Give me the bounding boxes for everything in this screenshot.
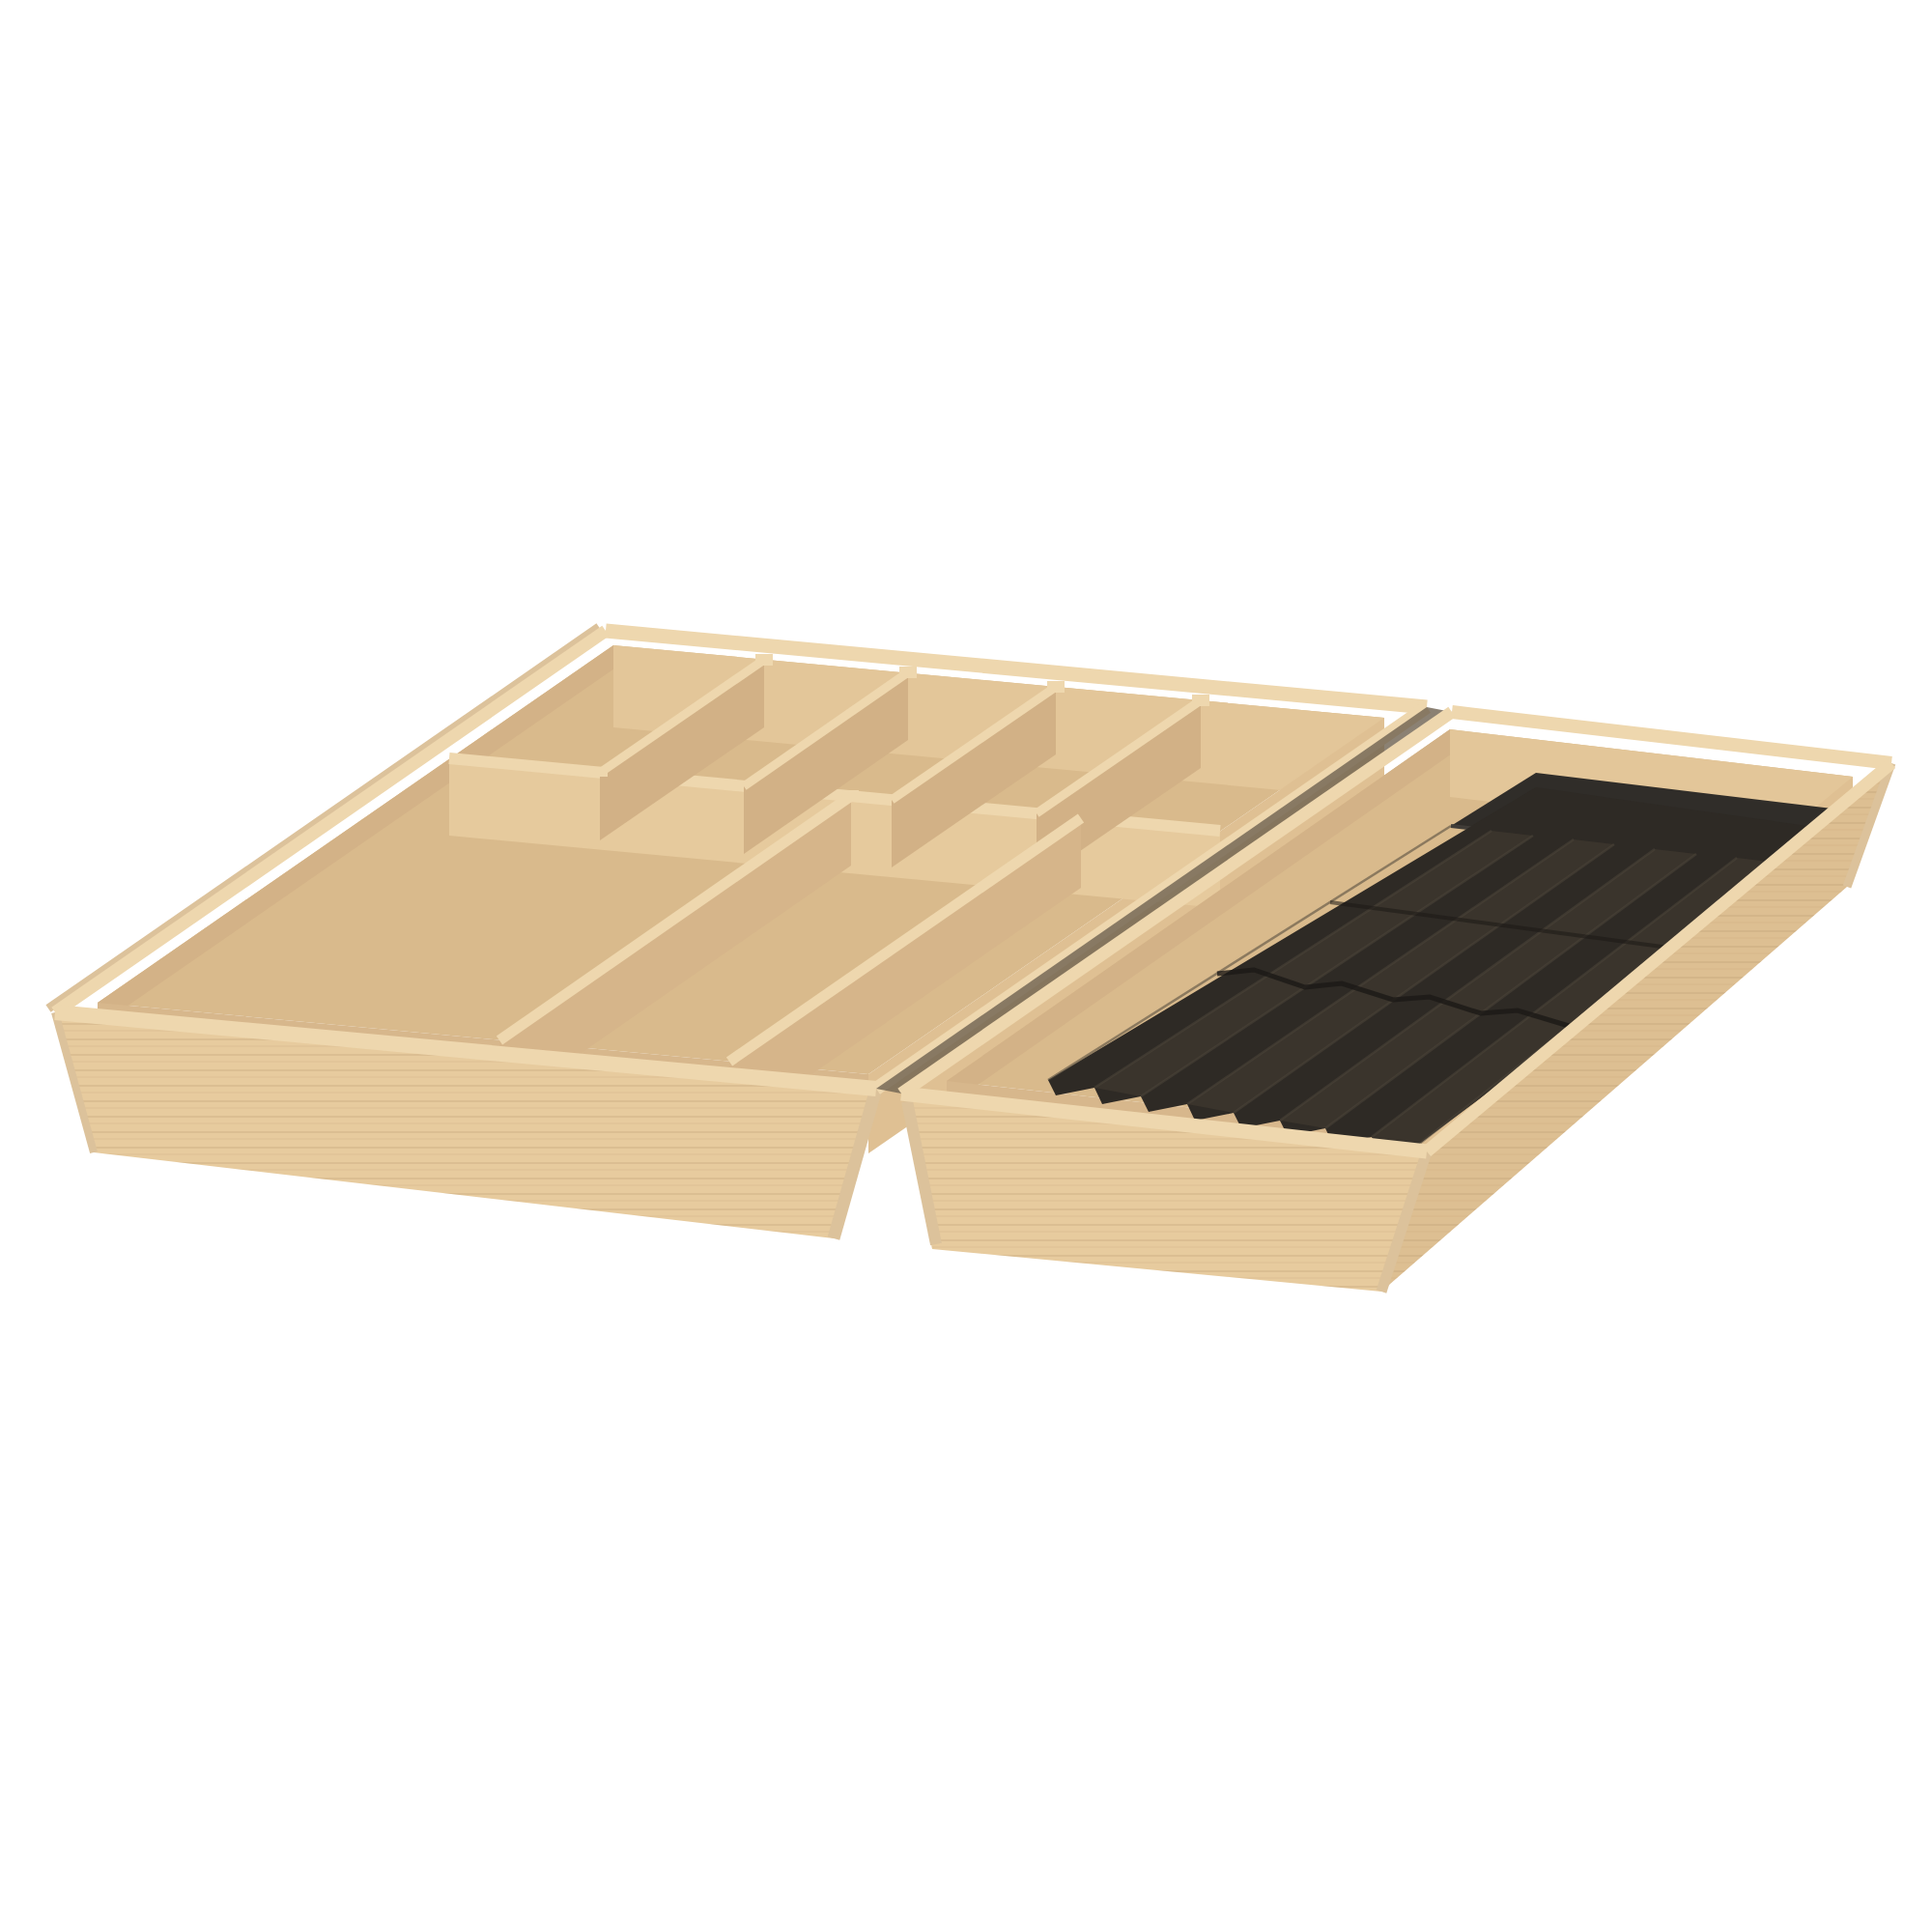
joint-bump-6: [843, 790, 859, 800]
joint-bump-3: [1047, 681, 1065, 693]
joint-bump-5: [592, 767, 608, 777]
product-photo: [0, 0, 1932, 1932]
joint-bump-2: [899, 667, 917, 678]
bamboo-tray-scene: [0, 0, 1932, 1932]
joint-bump-1: [755, 654, 773, 666]
joint-bump-4: [1192, 695, 1209, 706]
